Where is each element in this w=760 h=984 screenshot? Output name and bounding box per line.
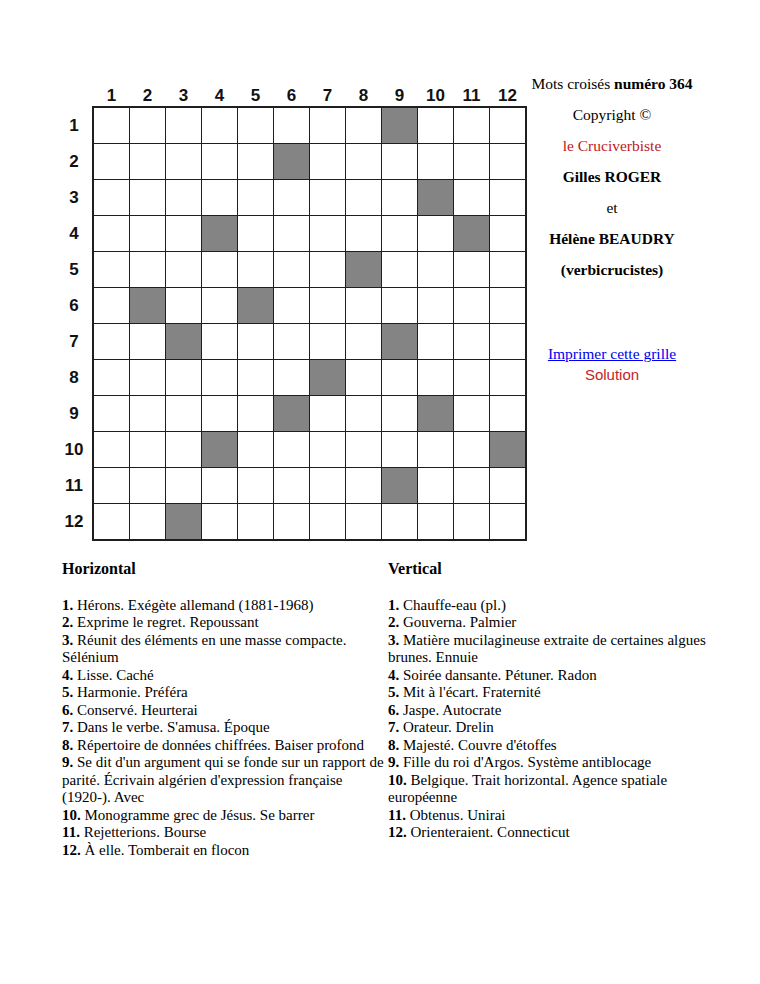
blocked-cell	[382, 468, 417, 503]
clue: 3. Réunit des éléments en une masse comp…	[62, 632, 388, 667]
author-helene-beaudry: Hélène BEAUDRY	[502, 229, 722, 249]
clue-text: Majesté. Couvre d'étoffes	[399, 737, 556, 753]
clue: 2. Gouverna. Palmier	[388, 614, 720, 632]
blocked-cell	[310, 360, 345, 395]
clue-number: 4.	[62, 667, 73, 683]
empty-cell	[454, 288, 489, 323]
empty-cell	[454, 360, 489, 395]
empty-cell	[346, 144, 381, 179]
clue-number: 8.	[62, 737, 73, 753]
column-label: 8	[359, 86, 368, 106]
column-label: 1	[107, 86, 116, 106]
clue: 5. Harmonie. Préféra	[62, 684, 388, 702]
empty-cell	[94, 288, 129, 323]
empty-cell	[346, 360, 381, 395]
empty-cell	[346, 504, 381, 539]
empty-cell	[274, 288, 309, 323]
clue-text: Monogramme grec de Jésus. Se barrer	[81, 807, 315, 823]
empty-cell	[238, 180, 273, 215]
clue: 7. Dans le verbe. S'amusa. Époque	[62, 719, 388, 737]
blocked-cell	[166, 324, 201, 359]
clue-number: 7.	[62, 719, 73, 735]
row-label: 3	[69, 188, 78, 208]
clue-number: 8.	[388, 737, 399, 753]
empty-cell	[166, 252, 201, 287]
clue-number: 10.	[62, 807, 81, 823]
clue: 8. Majesté. Couvre d'étoffes	[388, 737, 720, 755]
clue-number: 11.	[62, 824, 80, 840]
empty-cell	[346, 396, 381, 431]
clue-number: 6.	[388, 702, 399, 718]
empty-cell	[274, 360, 309, 395]
clue-text: Mit à l'écart. Fraternité	[399, 684, 540, 700]
blocked-cell	[382, 324, 417, 359]
column-label: 4	[215, 86, 224, 106]
clue: 7. Orateur. Drelin	[388, 719, 720, 737]
vertical-clues-title: Vertical	[388, 560, 720, 578]
column-label: 10	[426, 86, 445, 106]
empty-cell	[274, 252, 309, 287]
clue-text: Gouverna. Palmier	[399, 614, 516, 630]
empty-cell	[274, 432, 309, 467]
empty-cell	[94, 504, 129, 539]
row-label: 12	[65, 512, 84, 532]
clue: 2. Exprime le regret. Repoussant	[62, 614, 388, 632]
empty-cell	[346, 288, 381, 323]
blocked-cell	[238, 288, 273, 323]
empty-cell	[130, 180, 165, 215]
vertical-clues-list: 1. Chauffe-eau (pl.)2. Gouverna. Palmier…	[388, 597, 720, 842]
empty-cell	[418, 252, 453, 287]
info-column: Mots croisés numéro 364 Copyright © le C…	[502, 74, 722, 385]
empty-cell	[274, 108, 309, 143]
empty-cell	[418, 468, 453, 503]
clue: 8. Répertoire de données chiffrées. Bais…	[62, 737, 388, 755]
empty-cell	[130, 216, 165, 251]
row-label: 5	[69, 260, 78, 280]
column-label: 3	[179, 86, 188, 106]
empty-cell	[274, 504, 309, 539]
empty-cell	[238, 360, 273, 395]
page: { "game": "crossword", "game_label": "Mo…	[0, 0, 760, 984]
empty-cell	[454, 432, 489, 467]
empty-cell	[490, 396, 525, 431]
empty-cell	[382, 252, 417, 287]
crossword-area: 123456789101112 123456789101112	[56, 82, 527, 541]
blocked-cell	[202, 216, 237, 251]
empty-cell	[382, 432, 417, 467]
empty-cell	[202, 180, 237, 215]
clue: 4. Lisse. Caché	[62, 667, 388, 685]
clue-number: 11.	[388, 807, 406, 823]
empty-cell	[418, 144, 453, 179]
row-label: 4	[69, 224, 78, 244]
clue-number: 4.	[388, 667, 399, 683]
clue-number: 1.	[62, 597, 73, 613]
clue: 3. Matière mucilagineuse extraite de cer…	[388, 632, 720, 667]
empty-cell	[454, 252, 489, 287]
empty-cell	[94, 360, 129, 395]
empty-cell	[238, 216, 273, 251]
empty-cell	[130, 324, 165, 359]
empty-cell	[166, 108, 201, 143]
clue: 4. Soirée dansante. Pétuner. Radon	[388, 667, 720, 685]
empty-cell	[130, 504, 165, 539]
clue-text: Obtenus. Unirai	[406, 807, 506, 823]
empty-cell	[418, 360, 453, 395]
empty-cell	[166, 396, 201, 431]
page-title: Mots croisés numéro 364	[502, 74, 722, 94]
blocked-cell	[274, 396, 309, 431]
empty-cell	[310, 324, 345, 359]
blocked-cell	[382, 108, 417, 143]
empty-cell	[454, 144, 489, 179]
empty-cell	[346, 324, 381, 359]
row-label: 6	[69, 296, 78, 316]
empty-cell	[166, 360, 201, 395]
empty-cell	[454, 504, 489, 539]
empty-cell	[346, 468, 381, 503]
row-label: 8	[69, 368, 78, 388]
empty-cell	[202, 252, 237, 287]
author-gilles-roger: Gilles ROGER	[502, 167, 722, 187]
clue-number: 12.	[62, 842, 81, 858]
clue-text: À elle. Tomberait en flocon	[81, 842, 250, 858]
conjunction-et: et	[502, 198, 722, 218]
clue-number: 5.	[62, 684, 73, 700]
clue: 11. Obtenus. Unirai	[388, 807, 720, 825]
empty-cell	[166, 288, 201, 323]
clue-text: Fille du roi d'Argos. Système antiblocag…	[399, 754, 651, 770]
blocked-cell	[130, 288, 165, 323]
empty-cell	[94, 108, 129, 143]
clue-number: 1.	[388, 597, 399, 613]
empty-cell	[382, 504, 417, 539]
empty-cell	[130, 432, 165, 467]
empty-cell	[310, 252, 345, 287]
empty-cell	[310, 432, 345, 467]
copyright-text: Copyright ©	[502, 105, 722, 125]
empty-cell	[382, 396, 417, 431]
clue-number: 10.	[388, 772, 407, 788]
empty-cell	[130, 108, 165, 143]
column-label: 7	[323, 86, 332, 106]
clue-text: Conservé. Heurterai	[73, 702, 198, 718]
empty-cell	[94, 216, 129, 251]
clue-text: Hérons. Exégète allemand (1881-1968)	[73, 597, 313, 613]
clue-text: Belgique. Trait horizontal. Agence spati…	[388, 772, 667, 806]
empty-cell	[274, 468, 309, 503]
clue-number: 9.	[62, 754, 73, 770]
column-label: 9	[395, 86, 404, 106]
blocked-cell	[346, 252, 381, 287]
clue-text: Dans le verbe. S'amusa. Époque	[73, 719, 269, 735]
clue: 1. Hérons. Exégète allemand (1881-1968)	[62, 597, 388, 615]
empty-cell	[418, 288, 453, 323]
empty-cell	[454, 324, 489, 359]
title-prefix: Mots croisés	[531, 75, 610, 92]
row-label: 11	[65, 476, 83, 496]
column-label: 11	[463, 86, 481, 106]
clue-text: Soirée dansante. Pétuner. Radon	[399, 667, 596, 683]
empty-cell	[346, 108, 381, 143]
clue-text: Rejetterions. Bourse	[80, 824, 206, 840]
empty-cell	[202, 288, 237, 323]
blocked-cell	[274, 144, 309, 179]
empty-cell	[94, 324, 129, 359]
horizontal-clues-list: 1. Hérons. Exégète allemand (1881-1968)2…	[62, 597, 388, 860]
empty-cell	[454, 468, 489, 503]
empty-cell	[202, 504, 237, 539]
clue: 9. Fille du roi d'Argos. Système antiblo…	[388, 754, 720, 772]
clue-number: 6.	[62, 702, 73, 718]
empty-cell	[310, 396, 345, 431]
column-label: 6	[287, 86, 296, 106]
empty-cell	[454, 396, 489, 431]
column-label: 2	[143, 86, 152, 106]
empty-cell	[346, 180, 381, 215]
clue-text: Se dit d'un argument qui se fonde sur un…	[62, 754, 384, 805]
clue-text: Lisse. Caché	[73, 667, 153, 683]
empty-cell	[418, 216, 453, 251]
empty-cell	[94, 144, 129, 179]
empty-cell	[238, 144, 273, 179]
horizontal-clues-title: Horizontal	[62, 560, 388, 578]
empty-cell	[94, 432, 129, 467]
empty-cell	[238, 324, 273, 359]
empty-cell	[130, 468, 165, 503]
empty-cell	[454, 180, 489, 215]
empty-cell	[382, 180, 417, 215]
blocked-cell	[490, 432, 525, 467]
clue-number: 3.	[62, 632, 73, 648]
empty-cell	[94, 252, 129, 287]
empty-cell	[310, 108, 345, 143]
empty-cell	[130, 144, 165, 179]
empty-cell	[274, 324, 309, 359]
blocked-cell	[418, 396, 453, 431]
row-label: 10	[65, 440, 84, 460]
clue: 1. Chauffe-eau (pl.)	[388, 597, 720, 615]
clue-number: 9.	[388, 754, 399, 770]
clue: 12. Orienteraient. Connecticut	[388, 824, 720, 842]
empty-cell	[166, 180, 201, 215]
empty-cell	[382, 216, 417, 251]
empty-cell	[166, 144, 201, 179]
empty-cell	[166, 432, 201, 467]
empty-cell	[238, 396, 273, 431]
crossword-board	[92, 106, 527, 541]
row-label: 9	[69, 404, 78, 424]
empty-cell	[490, 504, 525, 539]
empty-cell	[202, 396, 237, 431]
clue-text: Chauffe-eau (pl.)	[399, 597, 506, 613]
empty-cell	[238, 252, 273, 287]
clue-text: Réunit des éléments en une masse compact…	[62, 632, 347, 666]
empty-cell	[418, 324, 453, 359]
clue: 5. Mit à l'écart. Fraternité	[388, 684, 720, 702]
empty-cell	[130, 396, 165, 431]
clue-text: Répertoire de données chiffrées. Baiser …	[73, 737, 364, 753]
row-label: 7	[69, 332, 78, 352]
solution-link[interactable]: Solution	[502, 365, 722, 385]
clue-number: 3.	[388, 632, 399, 648]
blocked-cell	[202, 432, 237, 467]
row-label: 1	[69, 116, 78, 136]
empty-cell	[202, 324, 237, 359]
empty-cell	[418, 432, 453, 467]
clue: 6. Conservé. Heurterai	[62, 702, 388, 720]
empty-cell	[382, 144, 417, 179]
clue: 11. Rejetterions. Bourse	[62, 824, 388, 842]
empty-cell	[310, 216, 345, 251]
empty-cell	[310, 144, 345, 179]
clue: 10. Monogramme grec de Jésus. Se barrer	[62, 807, 388, 825]
empty-cell	[310, 504, 345, 539]
empty-cell	[310, 180, 345, 215]
column-label: 5	[251, 86, 260, 106]
empty-cell	[238, 504, 273, 539]
clue-text: Orienteraient. Connecticut	[407, 824, 570, 840]
empty-cell	[166, 468, 201, 503]
clue-text: Harmonie. Préféra	[73, 684, 188, 700]
clue-text: Jaspe. Autocrate	[399, 702, 501, 718]
vertical-clues: Vertical 1. Chauffe-eau (pl.)2. Gouverna…	[388, 560, 720, 842]
blocked-cell	[166, 504, 201, 539]
empty-cell	[94, 180, 129, 215]
empty-cell	[202, 360, 237, 395]
clue: 9. Se dit d'un argument qui se fonde sur…	[62, 754, 388, 807]
empty-cell	[166, 216, 201, 251]
empty-cell	[130, 360, 165, 395]
empty-cell	[310, 468, 345, 503]
links-block: Imprimer cette grille Solution	[502, 344, 722, 385]
clue-text: Exprime le regret. Repoussant	[73, 614, 258, 630]
title-number: numéro 364	[614, 75, 693, 92]
column-labels: 123456789101112	[94, 82, 527, 106]
empty-cell	[238, 432, 273, 467]
empty-cell	[238, 468, 273, 503]
empty-cell	[346, 432, 381, 467]
clue: 10. Belgique. Trait horizontal. Agence s…	[388, 772, 720, 807]
horizontal-clues: Horizontal 1. Hérons. Exégète allemand (…	[62, 560, 388, 859]
empty-cell	[274, 216, 309, 251]
clue-number: 7.	[388, 719, 399, 735]
empty-cell	[94, 468, 129, 503]
empty-cell	[202, 468, 237, 503]
clue: 6. Jaspe. Autocrate	[388, 702, 720, 720]
empty-cell	[202, 144, 237, 179]
empty-cell	[274, 180, 309, 215]
empty-cell	[382, 288, 417, 323]
clue-number: 2.	[62, 614, 73, 630]
empty-cell	[382, 360, 417, 395]
site-name-link[interactable]: le Cruciverbiste	[502, 136, 722, 156]
empty-cell	[490, 468, 525, 503]
empty-cell	[238, 108, 273, 143]
empty-cell	[346, 216, 381, 251]
empty-cell	[202, 108, 237, 143]
empty-cell	[130, 252, 165, 287]
blocked-cell	[454, 216, 489, 251]
role-verbicrucistes: (verbicrucistes)	[502, 260, 722, 280]
row-labels: 123456789101112	[56, 106, 92, 541]
clue-number: 12.	[388, 824, 407, 840]
empty-cell	[418, 504, 453, 539]
empty-cell	[454, 108, 489, 143]
clue-text: Orateur. Drelin	[399, 719, 494, 735]
blocked-cell	[418, 180, 453, 215]
clue-number: 5.	[388, 684, 399, 700]
clue: 12. À elle. Tomberait en flocon	[62, 842, 388, 860]
print-grid-link[interactable]: Imprimer cette grille	[548, 345, 676, 362]
clue-number: 2.	[388, 614, 399, 630]
empty-cell	[94, 396, 129, 431]
empty-cell	[418, 108, 453, 143]
clue-text: Matière mucilagineuse extraite de certai…	[388, 632, 706, 666]
row-label: 2	[69, 152, 78, 172]
empty-cell	[310, 288, 345, 323]
